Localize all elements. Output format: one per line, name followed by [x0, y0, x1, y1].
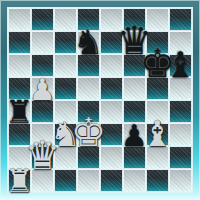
- square-d5[interactable]: [77, 77, 100, 100]
- board-frame: ♞♛♚♝♟♜♞♚♟♝♛♜: [0, 0, 200, 200]
- square-e1[interactable]: [100, 169, 123, 192]
- piece-white-rook[interactable]: ♜: [5, 165, 34, 197]
- square-a6[interactable]: [8, 54, 31, 77]
- square-d1[interactable]: [77, 169, 100, 192]
- square-b8[interactable]: [31, 8, 54, 31]
- piece-black-rook[interactable]: ♜: [5, 96, 34, 128]
- piece-white-bishop[interactable]: ♝: [142, 117, 173, 152]
- piece-white-king[interactable]: ♚: [71, 113, 106, 152]
- square-g1[interactable]: [146, 169, 169, 192]
- square-b7[interactable]: [31, 31, 54, 54]
- square-c5[interactable]: [54, 77, 77, 100]
- square-e5[interactable]: [100, 77, 123, 100]
- square-a7[interactable]: [8, 31, 31, 54]
- square-h8[interactable]: [169, 8, 192, 31]
- square-h1[interactable]: [169, 169, 192, 192]
- piece-black-knight[interactable]: ♞: [73, 25, 103, 59]
- chess-app-window: ♞♛♚♝♟♜♞♚♟♝♛♜: [0, 0, 200, 200]
- square-a8[interactable]: [8, 8, 31, 31]
- square-f1[interactable]: [123, 169, 146, 192]
- piece-black-bishop[interactable]: ♝: [165, 48, 196, 83]
